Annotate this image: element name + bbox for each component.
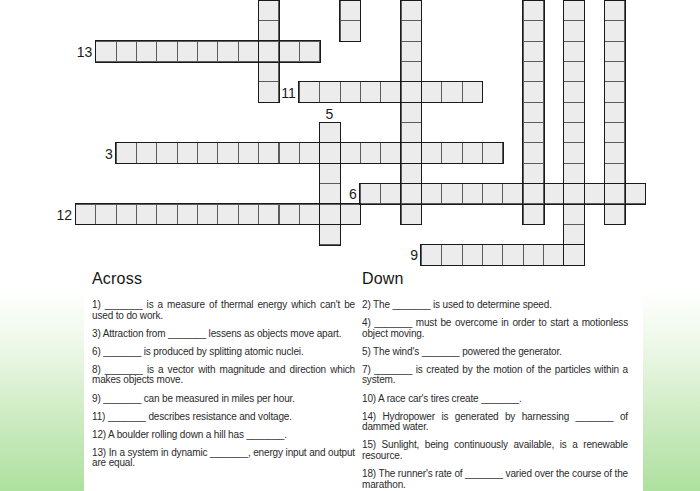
grid-cell[interactable] [340,0,361,21]
clue-item: 9) _______ can be measured in miles per … [92,394,355,405]
grid-cell[interactable] [401,102,422,123]
grid-cell[interactable] [340,81,361,102]
clue-item: 6) _______ is produced by splitting atom… [92,347,355,358]
grid-cell[interactable] [177,41,198,62]
grid-cell[interactable] [401,81,422,102]
grid-cell[interactable] [258,142,279,163]
grid-cell[interactable] [319,122,340,143]
clue-item: 1) _______ is a measure of thermal energ… [92,300,355,321]
clue-number-label: 9 [394,248,418,262]
clue-item: 3) Attraction from _______ lessens as ob… [92,329,355,340]
grid-cell[interactable] [116,142,137,163]
grid-cell[interactable] [380,183,401,204]
grid-cell[interactable] [75,204,96,225]
grid-cell[interactable] [523,81,544,102]
grid-cell[interactable] [279,142,300,163]
grid-cell[interactable] [238,204,259,225]
clue-number-label: 11 [272,86,296,100]
grid-cell[interactable] [401,122,422,143]
grid-cell[interactable] [380,142,401,163]
grid-cell[interactable] [523,244,544,265]
grid-cell[interactable] [360,183,381,204]
grid-cell[interactable] [95,41,116,62]
grid-cell[interactable] [441,81,462,102]
grid-cell[interactable] [523,20,544,41]
grid-cell[interactable] [401,41,422,62]
grid-cell[interactable] [258,20,279,41]
grid-cell[interactable] [217,41,238,62]
clue-number-label: 12 [48,208,72,222]
grid-cell[interactable] [604,122,625,143]
grid-cell[interactable] [441,142,462,163]
grid-cell[interactable] [462,183,483,204]
grid-cell[interactable] [360,81,381,102]
grid-cell[interactable] [604,0,625,21]
grid-cell[interactable] [563,163,584,184]
grid-cell[interactable] [441,183,462,204]
grid-cell[interactable] [482,244,503,265]
grid-cell[interactable] [116,204,137,225]
grid-cell[interactable] [563,20,584,41]
grid-cell[interactable] [258,0,279,21]
crossword-grid: 1311536129 [0,0,700,270]
grid-cell[interactable] [462,81,483,102]
clue-item: 2) The _______ is used to determine spee… [362,300,628,311]
grid-cell[interactable] [156,41,177,62]
grid-cell[interactable] [238,41,259,62]
grid-cell[interactable] [401,61,422,82]
across-clue-list: 1) _______ is a measure of thermal energ… [92,300,355,469]
clue-item: 12) A boulder rolling down a hill has __… [92,430,355,441]
clue-item: 11) _______ describes resistance and vol… [92,412,355,423]
clue-item: 18) The runner's rate of _______ varied … [362,469,628,490]
clue-number-label: 6 [333,187,357,201]
clue-item: 10) A race car's tires create _______. [362,394,628,405]
down-clue-list: 2) The _______ is used to determine spee… [362,300,628,490]
grid-cell[interactable] [523,61,544,82]
grid-cell[interactable] [401,20,422,41]
grid-cell[interactable] [401,183,422,204]
grid-cell[interactable] [441,244,462,265]
grid-cell[interactable] [136,142,157,163]
grid-cell[interactable] [604,163,625,184]
grid-cell[interactable] [563,224,584,245]
clue-number-label: 13 [68,45,92,59]
clue-item: 4) _______ must be overcome in order to … [362,318,628,339]
grid-cell[interactable] [319,142,340,163]
grid-cell[interactable] [238,142,259,163]
grid-cell[interactable] [624,183,645,204]
clue-number-label: 5 [317,107,341,121]
clue-item: 14) Hydropower is generated by harnessin… [362,412,628,433]
grid-cell[interactable] [563,122,584,143]
grid-cell[interactable] [360,142,381,163]
clue-item: 7) _______ is created by the motion of t… [362,365,628,386]
grid-cell[interactable] [177,204,198,225]
grid-cell[interactable] [563,204,584,225]
grid-cell[interactable] [523,163,544,184]
grid-cell[interactable] [563,142,584,163]
grid-cell[interactable] [563,61,584,82]
grid-cell[interactable] [299,41,320,62]
grid-cell[interactable] [584,183,605,204]
grid-cell[interactable] [299,81,320,102]
grid-cell[interactable] [136,41,157,62]
clue-item: 15) Sunlight, being continuously availab… [362,440,628,461]
grid-cell[interactable] [604,81,625,102]
grid-cell[interactable] [523,183,544,204]
grid-cell[interactable] [380,81,401,102]
clue-item: 5) The wind's _______ powered the genera… [362,347,628,358]
grid-cell[interactable] [401,163,422,184]
grid-cell[interactable] [116,41,137,62]
grid-cell[interactable] [258,204,279,225]
grid-cell[interactable] [401,0,422,21]
grid-cell[interactable] [95,204,116,225]
grid-cell[interactable] [299,142,320,163]
down-clues: Down 2) The _______ is used to determine… [362,270,628,491]
grid-cell[interactable] [279,41,300,62]
grid-cell[interactable] [421,142,442,163]
grid-cell[interactable] [482,142,503,163]
clue-item: 13) In a system in dynamic _______, ener… [92,448,355,469]
grid-cell[interactable] [279,204,300,225]
grid-cell[interactable] [462,244,483,265]
clue-item: 8) _______ is a vector with magnitude an… [92,365,355,386]
grid-cell[interactable] [604,20,625,41]
grid-cell[interactable] [523,41,544,62]
grid-cell[interactable] [421,183,442,204]
grid-cell[interactable] [319,224,340,245]
grid-cell[interactable] [563,102,584,123]
across-header: Across [92,270,355,288]
grid-cell[interactable] [177,142,198,163]
grid-cell[interactable] [197,41,218,62]
grid-cell[interactable] [258,61,279,82]
grid-cell[interactable] [156,142,177,163]
grid-cell[interactable] [462,142,483,163]
grid-cell[interactable] [604,102,625,123]
grid-cell[interactable] [401,204,422,225]
grid-cell[interactable] [217,142,238,163]
grid-cell[interactable] [319,81,340,102]
grid-cell[interactable] [523,122,544,143]
grid-cell[interactable] [563,183,584,204]
grid-cell[interactable] [523,204,544,225]
grid-cell[interactable] [401,142,422,163]
grid-cell[interactable] [523,142,544,163]
grid-cell[interactable] [340,20,361,41]
grid-cell[interactable] [156,204,177,225]
grid-cell[interactable] [563,244,584,265]
grid-cell[interactable] [563,0,584,21]
grid-cell[interactable] [502,244,523,265]
grid-cell[interactable] [340,142,361,163]
grid-cell[interactable] [217,204,238,225]
grid-cell[interactable] [523,0,544,21]
grid-cell[interactable] [604,142,625,163]
grid-cell[interactable] [136,204,157,225]
grid-cell[interactable] [563,41,584,62]
grid-cell[interactable] [482,183,503,204]
grid-cell[interactable] [197,142,218,163]
page: 1311536129 Across 1) _______ is a measur… [0,0,700,491]
grid-cell[interactable] [563,81,584,102]
grid-cell[interactable] [319,163,340,184]
grid-cell[interactable] [543,244,564,265]
grid-cell[interactable] [421,81,442,102]
clue-number-label: 3 [89,147,113,161]
grid-cell[interactable] [604,61,625,82]
grid-cell[interactable] [604,204,625,225]
grid-cell[interactable] [197,204,218,225]
across-clues: Across 1) _______ is a measure of therma… [92,270,355,477]
grid-cell[interactable] [319,204,340,225]
grid-cell[interactable] [502,183,523,204]
grid-cell[interactable] [604,41,625,62]
grid-cell[interactable] [604,183,625,204]
grid-cell[interactable] [258,41,279,62]
grid-cell[interactable] [340,204,361,225]
grid-cell[interactable] [299,204,320,225]
grid-cell[interactable] [421,244,442,265]
grid-cell[interactable] [523,102,544,123]
grid-cell[interactable] [543,183,564,204]
down-header: Down [362,270,628,288]
